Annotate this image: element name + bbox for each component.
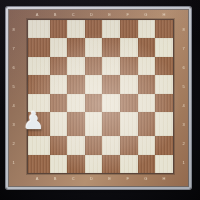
chessboard-photo: ABCDEFGH ABCDEFGH 87654321 87654321 ♟ [0, 0, 200, 200]
square-a7 [28, 38, 50, 56]
square-d3 [85, 112, 103, 136]
square-d1 [85, 155, 103, 173]
rank-label-right-3: 3 [182, 116, 184, 135]
square-e6 [102, 57, 120, 75]
square-e2 [102, 136, 120, 154]
square-c1 [67, 155, 85, 173]
square-a3: ♟ [28, 112, 50, 136]
file-label-bottom-h: H [155, 177, 173, 181]
square-a5 [28, 75, 50, 93]
rank-labels-left: 87654321 [9, 20, 18, 173]
square-f1 [120, 155, 138, 173]
file-label-top-b: B [46, 13, 64, 17]
square-d7 [85, 38, 103, 56]
file-label-bottom-f: F [119, 177, 137, 181]
square-d4 [85, 94, 103, 112]
rank-label-right-8: 8 [182, 20, 184, 39]
file-label-bottom-d: D [82, 177, 100, 181]
square-a4 [28, 94, 50, 112]
square-f6 [120, 57, 138, 75]
square-f8 [120, 20, 138, 38]
rank-label-left-6: 6 [12, 58, 14, 77]
square-a2 [28, 136, 50, 154]
rank-label-right-2: 2 [182, 135, 184, 154]
rank-label-left-3: 3 [12, 116, 14, 135]
file-label-top-d: D [82, 13, 100, 17]
file-label-bottom-c: C [64, 177, 82, 181]
rank-label-right-7: 7 [182, 39, 184, 58]
file-label-bottom-g: G [137, 177, 155, 181]
square-b3 [50, 112, 68, 136]
square-f3 [120, 112, 138, 136]
file-label-bottom-b: B [46, 177, 64, 181]
square-b5 [50, 75, 68, 93]
square-h4 [155, 94, 173, 112]
square-h2 [155, 136, 173, 154]
square-f2 [120, 136, 138, 154]
white-pawn: ♟ [23, 109, 45, 133]
square-e5 [102, 75, 120, 93]
rank-label-left-5: 5 [12, 77, 14, 96]
file-label-top-h: H [155, 13, 173, 17]
square-c5 [67, 75, 85, 93]
rank-label-left-1: 1 [12, 154, 14, 173]
square-b4 [50, 94, 68, 112]
square-g6 [138, 57, 156, 75]
square-g1 [138, 155, 156, 173]
file-label-top-a: A [28, 13, 46, 17]
square-g8 [138, 20, 156, 38]
square-e3 [102, 112, 120, 136]
square-c4 [67, 94, 85, 112]
square-h1 [155, 155, 173, 173]
square-c8 [67, 20, 85, 38]
square-e1 [102, 155, 120, 173]
rank-label-left-2: 2 [12, 135, 14, 154]
square-b6 [50, 57, 68, 75]
square-b1 [50, 155, 68, 173]
file-label-top-f: F [119, 13, 137, 17]
square-e7 [102, 38, 120, 56]
square-e4 [102, 94, 120, 112]
square-g5 [138, 75, 156, 93]
square-d5 [85, 75, 103, 93]
file-label-top-g: G [137, 13, 155, 17]
square-h3 [155, 112, 173, 136]
square-b8 [50, 20, 68, 38]
file-label-top-c: C [64, 13, 82, 17]
square-g2 [138, 136, 156, 154]
rank-label-right-1: 1 [182, 154, 184, 173]
square-d6 [85, 57, 103, 75]
square-c6 [67, 57, 85, 75]
square-f5 [120, 75, 138, 93]
file-label-bottom-e: E [101, 177, 119, 181]
square-b2 [50, 136, 68, 154]
file-label-bottom-a: A [28, 177, 46, 181]
square-f7 [120, 38, 138, 56]
square-g4 [138, 94, 156, 112]
square-c2 [67, 136, 85, 154]
square-c7 [67, 38, 85, 56]
square-a1 [28, 155, 50, 173]
file-labels-top: ABCDEFGH [28, 11, 173, 19]
square-d8 [85, 20, 103, 38]
square-h7 [155, 38, 173, 56]
chess-board: ♟ [28, 20, 173, 173]
square-g3 [138, 112, 156, 136]
file-labels-bottom: ABCDEFGH [28, 175, 173, 183]
square-c3 [67, 112, 85, 136]
square-h5 [155, 75, 173, 93]
square-h6 [155, 57, 173, 75]
square-f4 [120, 94, 138, 112]
square-a8 [28, 20, 50, 38]
rank-labels-right: 87654321 [179, 20, 188, 173]
square-b7 [50, 38, 68, 56]
board-outer-frame: ABCDEFGH ABCDEFGH 87654321 87654321 ♟ [6, 7, 191, 189]
square-g7 [138, 38, 156, 56]
square-e8 [102, 20, 120, 38]
rank-label-left-8: 8 [12, 20, 14, 39]
square-h8 [155, 20, 173, 38]
board-wood-border: ABCDEFGH ABCDEFGH 87654321 87654321 ♟ [9, 10, 188, 186]
rank-label-right-4: 4 [182, 97, 184, 116]
square-a6 [28, 57, 50, 75]
rank-label-right-6: 6 [182, 58, 184, 77]
rank-label-left-4: 4 [12, 97, 14, 116]
square-d2 [85, 136, 103, 154]
file-label-top-e: E [101, 13, 119, 17]
rank-label-right-5: 5 [182, 77, 184, 96]
rank-label-left-7: 7 [12, 39, 14, 58]
